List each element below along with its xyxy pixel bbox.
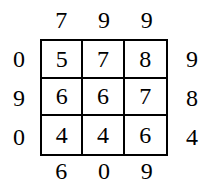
- top-clues: 7 9 9: [40, 3, 168, 37]
- puzzle-grid: 5 7 8 6 6 7 4 4 6: [40, 39, 168, 156]
- puzzle-diagram: 7 9 9 0 9 0 5 7 8 6 6 7 4 4 6 9 8 4 6 0 …: [0, 0, 214, 187]
- left-clue-1: 0: [2, 39, 36, 78]
- grid-cell-r3c3: 6: [125, 116, 166, 154]
- grid-cell-r2c1: 6: [42, 79, 83, 117]
- grid-cell-r3c2: 4: [83, 116, 124, 154]
- grid-cell-r3c1: 4: [42, 116, 83, 154]
- grid-cell-r1c2: 7: [83, 41, 124, 79]
- grid-cell-r2c2: 6: [83, 79, 124, 117]
- grid-cell-r1c3: 8: [125, 41, 166, 79]
- top-clue-2: 9: [83, 3, 126, 37]
- left-clue-2: 9: [2, 78, 36, 117]
- grid-cell-r1c1: 5: [42, 41, 83, 79]
- right-clue-3: 4: [172, 117, 212, 156]
- bottom-clues: 6 0 9: [40, 157, 168, 185]
- bottom-clue-1: 6: [40, 157, 83, 185]
- bottom-clue-2: 0: [83, 157, 126, 185]
- bottom-clue-3: 9: [125, 157, 168, 185]
- left-clue-3: 0: [2, 117, 36, 156]
- top-clue-3: 9: [125, 3, 168, 37]
- grid-cell-r2c3: 7: [125, 79, 166, 117]
- right-clue-1: 9: [172, 39, 212, 78]
- right-clue-2: 8: [172, 78, 212, 117]
- top-clue-1: 7: [40, 3, 83, 37]
- right-clues: 9 8 4: [172, 39, 212, 156]
- left-clues: 0 9 0: [2, 39, 36, 156]
